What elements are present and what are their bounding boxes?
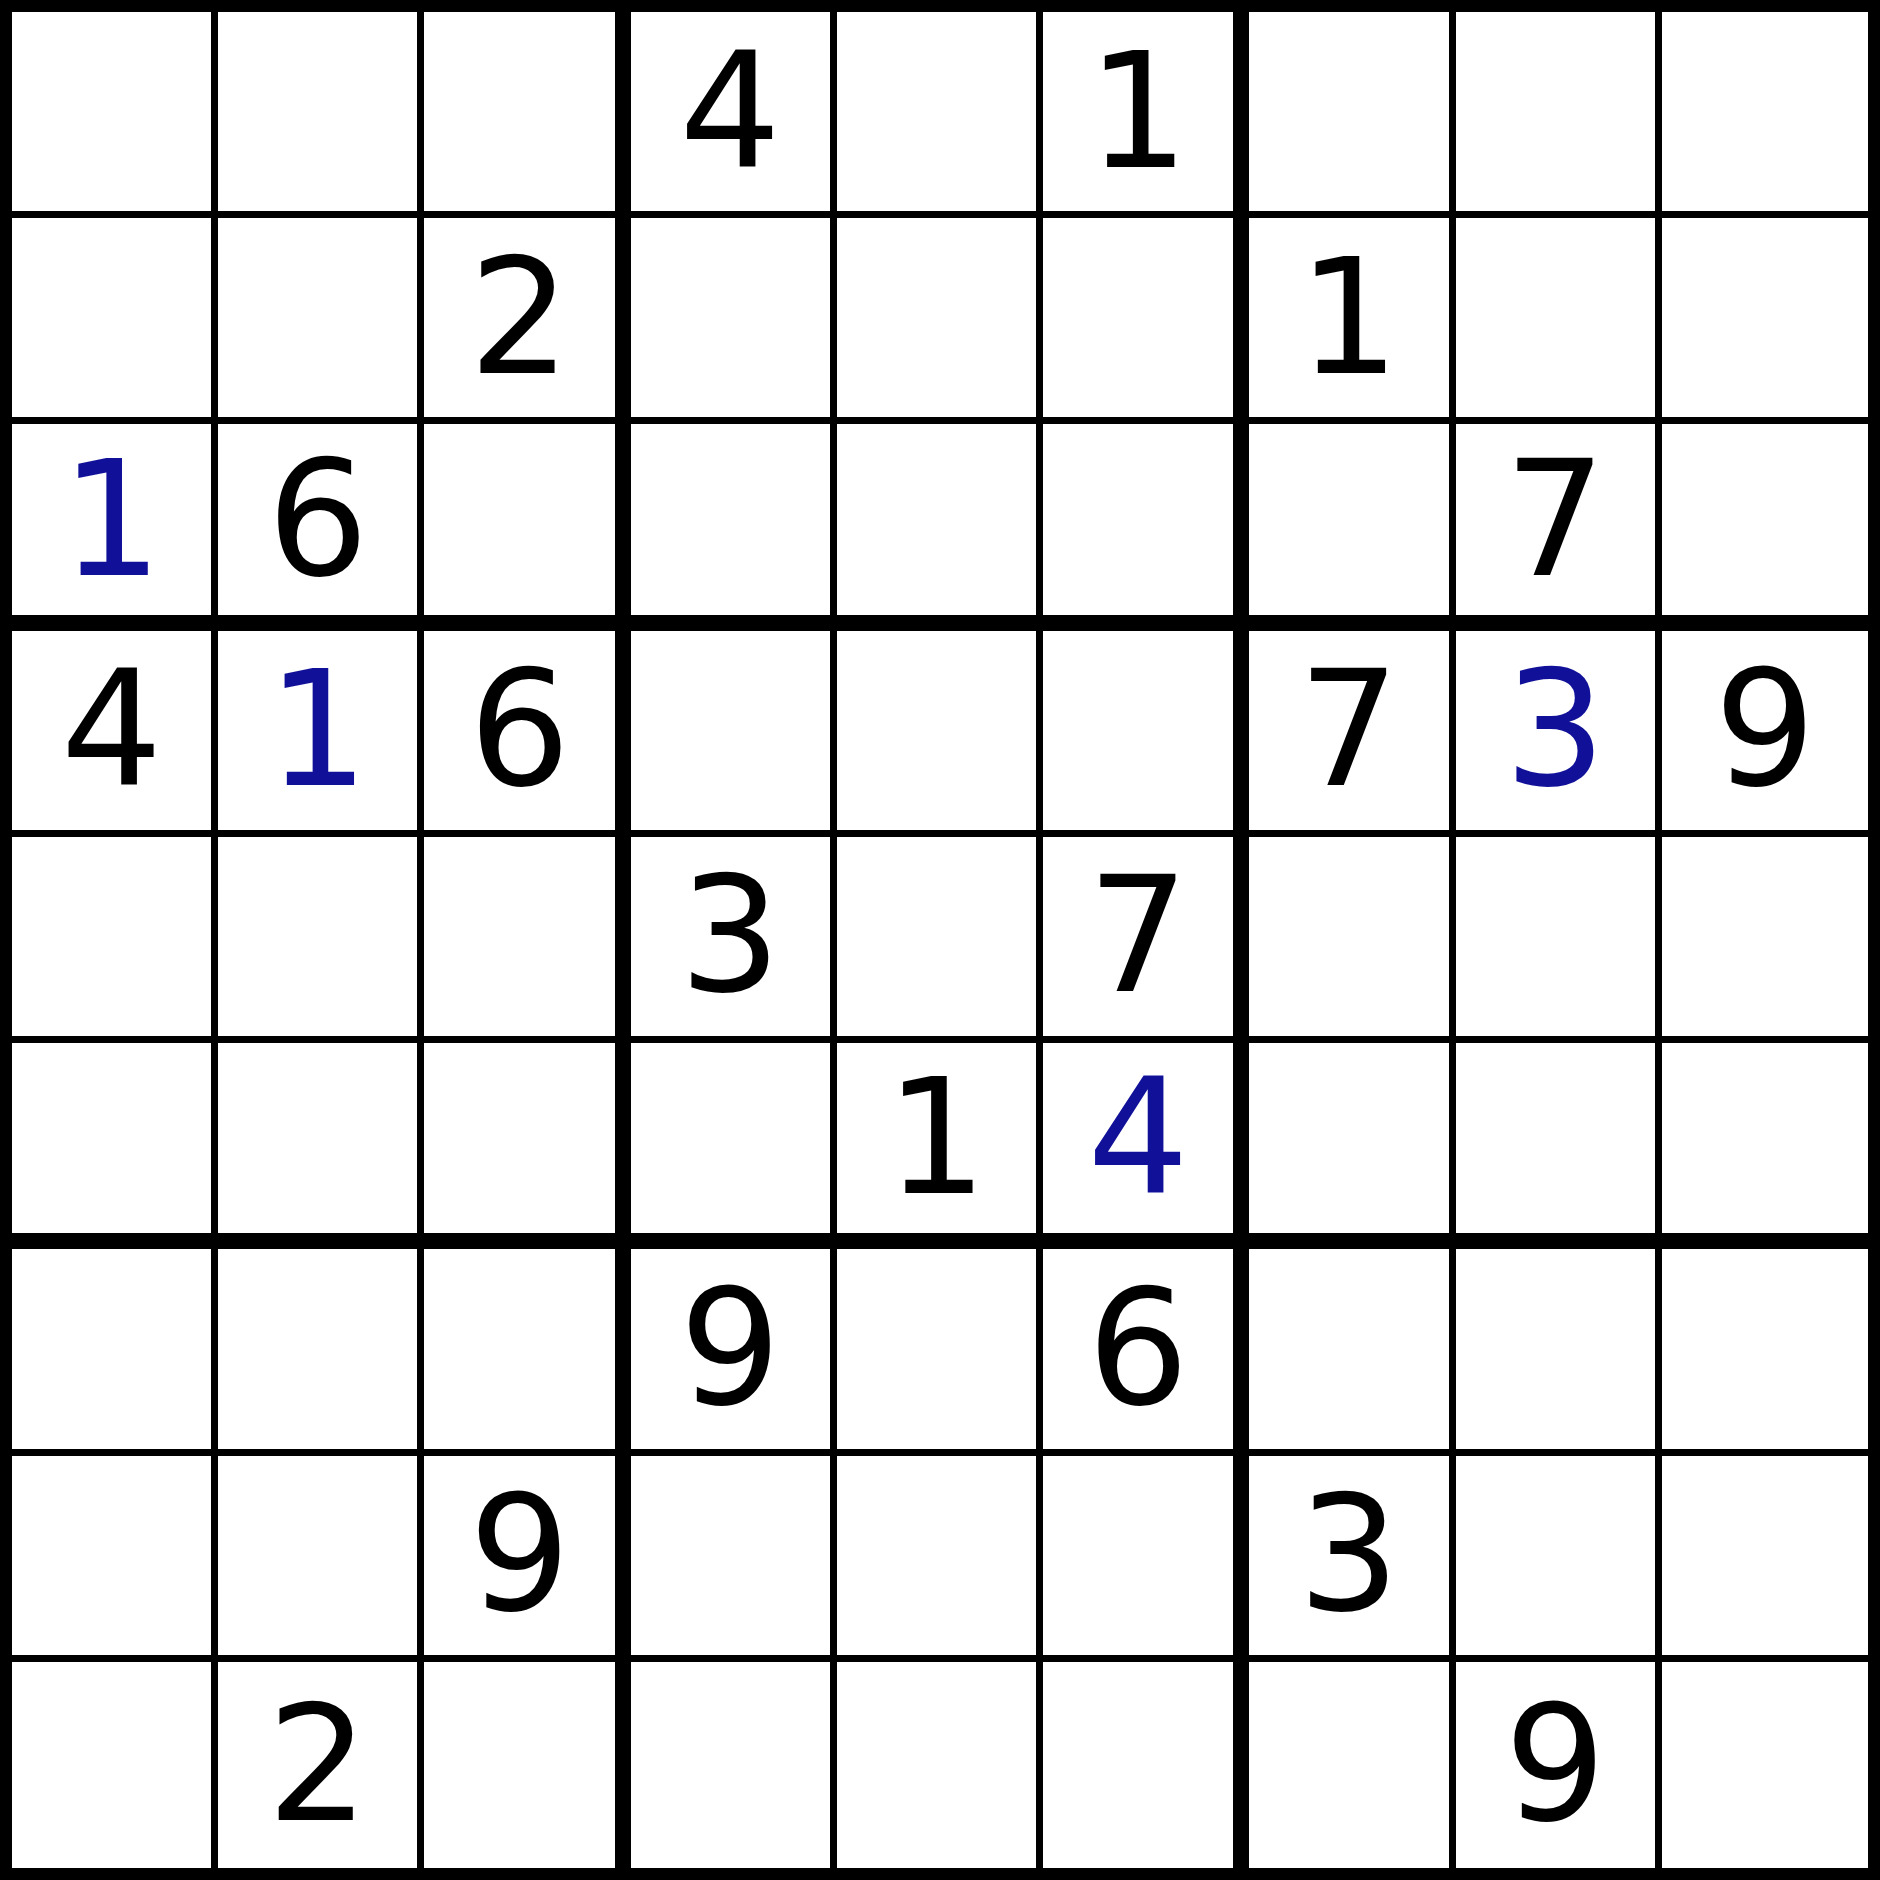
cell-r2c2[interactable] (218, 218, 424, 424)
cell-r4c1[interactable]: 4 (12, 631, 218, 837)
cell-r4c5[interactable] (837, 631, 1043, 837)
cell-r9c1[interactable] (12, 1662, 218, 1868)
cell-r9c3[interactable] (424, 1662, 630, 1868)
cell-r3c7[interactable] (1249, 424, 1455, 630)
cell-r1c2[interactable] (218, 12, 424, 218)
cell-r4c3[interactable]: 6 (424, 631, 630, 837)
given-digit: 2 (469, 238, 571, 398)
cell-r8c2[interactable] (218, 1456, 424, 1662)
cell-r7c9[interactable] (1662, 1249, 1868, 1455)
cell-r4c9[interactable]: 9 (1662, 631, 1868, 837)
cell-r1c3[interactable] (424, 12, 630, 218)
cell-r9c7[interactable] (1249, 1662, 1455, 1868)
given-digit: 1 (1298, 238, 1400, 398)
cell-r4c7[interactable]: 7 (1249, 631, 1455, 837)
cell-r6c2[interactable] (218, 1043, 424, 1249)
cell-r1c4[interactable]: 4 (631, 12, 837, 218)
cell-r3c2[interactable]: 6 (218, 424, 424, 630)
cell-r4c4[interactable] (631, 631, 837, 837)
cell-r4c2[interactable]: 1 (218, 631, 424, 837)
given-digit: 9 (469, 1475, 571, 1635)
cell-r1c5[interactable] (837, 12, 1043, 218)
cell-r5c5[interactable] (837, 837, 1043, 1043)
cell-r7c7[interactable] (1249, 1249, 1455, 1455)
cell-r2c8[interactable] (1456, 218, 1662, 424)
cell-r9c6[interactable] (1043, 1662, 1249, 1868)
cell-r6c5[interactable]: 1 (837, 1043, 1043, 1249)
cell-r6c8[interactable] (1456, 1043, 1662, 1249)
cell-r5c7[interactable] (1249, 837, 1455, 1043)
entered-digit: 4 (1087, 1058, 1189, 1218)
cell-r1c7[interactable] (1249, 12, 1455, 218)
cell-r7c6[interactable]: 6 (1043, 1249, 1249, 1455)
sudoku-board: 41211674167393714969329 (0, 0, 1880, 1880)
cell-r6c9[interactable] (1662, 1043, 1868, 1249)
cell-r2c5[interactable] (837, 218, 1043, 424)
cell-r1c1[interactable] (12, 12, 218, 218)
given-digit: 7 (1298, 650, 1400, 810)
cell-r7c1[interactable] (12, 1249, 218, 1455)
cell-r3c8[interactable]: 7 (1456, 424, 1662, 630)
cell-r4c6[interactable] (1043, 631, 1249, 837)
cell-r2c3[interactable]: 2 (424, 218, 630, 424)
given-digit: 7 (1087, 856, 1189, 1016)
cell-r7c4[interactable]: 9 (631, 1249, 837, 1455)
given-digit: 6 (1087, 1269, 1189, 1429)
cell-r5c2[interactable] (218, 837, 424, 1043)
cell-r8c3[interactable]: 9 (424, 1456, 630, 1662)
cell-r5c1[interactable] (12, 837, 218, 1043)
entered-digit: 1 (61, 440, 163, 600)
cell-r8c9[interactable] (1662, 1456, 1868, 1662)
given-digit: 4 (61, 650, 163, 810)
cell-r5c3[interactable] (424, 837, 630, 1043)
given-digit: 9 (1714, 650, 1816, 810)
entered-digit: 1 (267, 650, 369, 810)
cell-r2c9[interactable] (1662, 218, 1868, 424)
cell-r2c6[interactable] (1043, 218, 1249, 424)
cell-r3c3[interactable] (424, 424, 630, 630)
cell-r3c6[interactable] (1043, 424, 1249, 630)
cell-r8c8[interactable] (1456, 1456, 1662, 1662)
cell-r5c8[interactable] (1456, 837, 1662, 1043)
given-digit: 7 (1504, 440, 1606, 600)
entered-digit: 3 (1504, 650, 1606, 810)
cell-r7c2[interactable] (218, 1249, 424, 1455)
cell-r7c8[interactable] (1456, 1249, 1662, 1455)
cell-r6c4[interactable] (631, 1043, 837, 1249)
cell-r3c9[interactable] (1662, 424, 1868, 630)
given-digit: 9 (1504, 1685, 1606, 1845)
cell-r9c9[interactable] (1662, 1662, 1868, 1868)
cell-r8c4[interactable] (631, 1456, 837, 1662)
cell-r8c7[interactable]: 3 (1249, 1456, 1455, 1662)
cell-r5c6[interactable]: 7 (1043, 837, 1249, 1043)
cell-r9c2[interactable]: 2 (218, 1662, 424, 1868)
cell-r6c6[interactable]: 4 (1043, 1043, 1249, 1249)
given-digit: 3 (1298, 1475, 1400, 1635)
cell-r1c9[interactable] (1662, 12, 1868, 218)
cell-r5c4[interactable]: 3 (631, 837, 837, 1043)
given-digit: 6 (469, 650, 571, 810)
cell-r8c1[interactable] (12, 1456, 218, 1662)
given-digit: 9 (679, 1269, 781, 1429)
cell-r2c1[interactable] (12, 218, 218, 424)
cell-r1c8[interactable] (1456, 12, 1662, 218)
cell-r5c9[interactable] (1662, 837, 1868, 1043)
cell-r8c5[interactable] (837, 1456, 1043, 1662)
given-digit: 6 (267, 440, 369, 600)
cell-r7c3[interactable] (424, 1249, 630, 1455)
given-digit: 1 (886, 1058, 988, 1218)
given-digit: 1 (1087, 32, 1189, 192)
cell-r2c4[interactable] (631, 218, 837, 424)
cell-r6c3[interactable] (424, 1043, 630, 1249)
cell-r7c5[interactable] (837, 1249, 1043, 1455)
cell-r3c5[interactable] (837, 424, 1043, 630)
cell-r9c4[interactable] (631, 1662, 837, 1868)
cell-r6c1[interactable] (12, 1043, 218, 1249)
cell-r3c4[interactable] (631, 424, 837, 630)
given-digit: 2 (267, 1685, 369, 1845)
cell-r9c5[interactable] (837, 1662, 1043, 1868)
cell-r9c8[interactable]: 9 (1456, 1662, 1662, 1868)
given-digit: 4 (679, 32, 781, 192)
cell-r6c7[interactable] (1249, 1043, 1455, 1249)
given-digit: 3 (679, 856, 781, 1016)
cell-r8c6[interactable] (1043, 1456, 1249, 1662)
cell-r1c6[interactable]: 1 (1043, 12, 1249, 218)
cell-r2c7[interactable]: 1 (1249, 218, 1455, 424)
cell-r3c1[interactable]: 1 (12, 424, 218, 630)
cell-r4c8[interactable]: 3 (1456, 631, 1662, 837)
